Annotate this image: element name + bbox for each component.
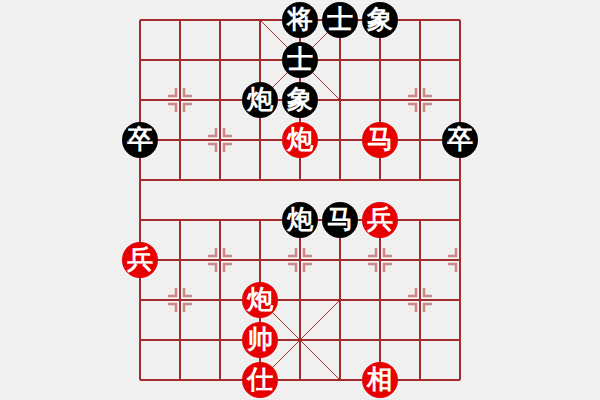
piece-black-advisor[interactable]: 士: [322, 2, 358, 38]
piece-black-soldier[interactable]: 卒: [122, 122, 158, 158]
piece-black-cannon[interactable]: 炮: [242, 82, 278, 118]
piece-red-cannon[interactable]: 炮: [242, 282, 278, 318]
piece-red-soldier[interactable]: 兵: [122, 242, 158, 278]
piece-black-general[interactable]: 将: [282, 2, 318, 38]
board-grid: 将士象士炮象卒炮马卒炮马兵兵炮帅仕相: [120, 0, 480, 400]
piece-red-general[interactable]: 帅: [242, 322, 278, 358]
piece-black-soldier[interactable]: 卒: [442, 122, 478, 158]
piece-black-elephant[interactable]: 象: [362, 2, 398, 38]
piece-red-elephant[interactable]: 相: [362, 362, 398, 398]
piece-black-horse[interactable]: 马: [322, 202, 358, 238]
piece-red-horse[interactable]: 马: [362, 122, 398, 158]
piece-red-advisor[interactable]: 仕: [242, 362, 278, 398]
piece-red-soldier[interactable]: 兵: [362, 202, 398, 238]
piece-black-cannon[interactable]: 炮: [282, 202, 318, 238]
piece-red-cannon[interactable]: 炮: [282, 122, 318, 158]
piece-black-advisor[interactable]: 士: [282, 42, 318, 78]
xiangqi-board: 将士象士炮象卒炮马卒炮马兵兵炮帅仕相: [0, 0, 600, 400]
piece-black-elephant[interactable]: 象: [282, 82, 318, 118]
